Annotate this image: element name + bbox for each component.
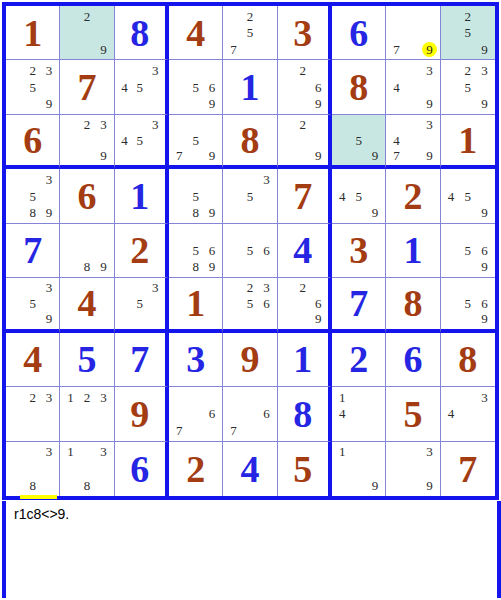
solved-digit: 6 — [403, 340, 422, 378]
cell-r1c3[interactable]: 8 — [115, 6, 169, 60]
candidate-slot-8 — [79, 41, 95, 57]
candidate-digit[interactable]: 4 — [393, 81, 400, 94]
candidate-digit[interactable]: 1 — [339, 391, 346, 404]
candidate-digit[interactable]: 2 — [84, 391, 91, 404]
candidate-digit[interactable]: 9 — [481, 43, 488, 56]
candidate-digit[interactable]: 9 — [100, 149, 107, 162]
candidate-grid: 38 — [6, 442, 59, 496]
candidate-digit[interactable]: 8 — [29, 206, 36, 219]
candidate-slot-5 — [350, 460, 366, 477]
candidate-digit[interactable]: 5 — [247, 297, 254, 310]
candidate-digit[interactable]: 9 — [426, 97, 433, 110]
candidate-slot-5 — [79, 406, 95, 422]
cell-r4c7[interactable]: 459 — [332, 169, 386, 223]
candidate-digit[interactable]: 9 — [46, 312, 53, 325]
candidate-digit[interactable]: 2 — [247, 10, 254, 23]
candidate-slot-6 — [476, 188, 493, 204]
candidate-digit[interactable]: 8 — [192, 206, 199, 219]
candidate-grid: 269 — [278, 278, 328, 328]
candidate-slot-5 — [24, 460, 40, 477]
cell-r8c1[interactable]: 23 — [6, 387, 60, 441]
candidate-slot-5 — [79, 132, 95, 147]
cell-r6c5[interactable]: 2356 — [223, 278, 277, 332]
candidate-digit[interactable]: 7 — [230, 43, 237, 56]
cell-r6c6[interactable]: 269 — [278, 278, 332, 332]
cell-r8c5[interactable]: 67 — [223, 387, 277, 441]
candidate-digit[interactable]: 9 — [46, 206, 53, 219]
cell-r9c3[interactable]: 6 — [115, 442, 169, 496]
highlight-artifact — [20, 495, 57, 499]
candidate-digit[interactable]: 5 — [192, 244, 199, 257]
candidate-slot-4: 4 — [117, 132, 132, 147]
candidate-slot-7: 7 — [225, 422, 241, 438]
candidate-digit[interactable]: 5 — [192, 81, 199, 94]
candidate-slot-2 — [187, 62, 203, 78]
cell-r8c2[interactable]: 123 — [60, 387, 114, 441]
candidate-digit[interactable]: 8 — [192, 260, 199, 273]
cell-r9c7[interactable]: 19 — [332, 442, 386, 496]
candidate-digit[interactable]: 8 — [84, 260, 91, 273]
candidate-slot-2 — [459, 280, 476, 295]
candidate-digit[interactable]: 4 — [121, 134, 128, 147]
cell-r1c1[interactable]: 1 — [6, 6, 60, 60]
candidate-slot-1 — [334, 117, 350, 132]
candidate-digit[interactable]: 5 — [465, 244, 472, 257]
candidate-digit[interactable]: 6 — [209, 244, 216, 257]
candidate-slot-1 — [443, 389, 460, 405]
candidate-digit[interactable]: 9 — [209, 97, 216, 110]
cell-r7c6[interactable]: 1 — [278, 333, 332, 387]
candidate-digit[interactable]: 1 — [67, 445, 74, 458]
candidate-digit[interactable]: 3 — [100, 391, 107, 404]
cell-r7c3[interactable]: 7 — [115, 333, 169, 387]
candidate-digit[interactable]: 9 — [209, 149, 216, 162]
cell-r5c4[interactable]: 5689 — [169, 224, 223, 278]
cell-r1c9[interactable]: 259 — [441, 6, 495, 60]
cell-r2c8[interactable]: 349 — [386, 60, 440, 114]
candidate-slot-7 — [62, 477, 78, 494]
candidate-digit[interactable]: 7 — [393, 149, 400, 162]
candidate-slot-4 — [388, 460, 404, 477]
cell-r9c2[interactable]: 138 — [60, 442, 114, 496]
candidate-slot-7 — [171, 95, 187, 111]
candidate-digit[interactable]: 2 — [29, 64, 36, 77]
cell-r7c5[interactable]: 9 — [223, 333, 277, 387]
candidate-digit[interactable]: 1 — [67, 391, 74, 404]
candidate-slot-3 — [367, 389, 383, 405]
candidate-slot-4 — [443, 79, 460, 95]
candidate-digit[interactable]: 3 — [426, 445, 433, 458]
cell-r3c8[interactable]: 3479 — [386, 115, 440, 169]
candidate-slot-6 — [148, 132, 163, 147]
candidate-digit[interactable]: 9 — [209, 260, 216, 273]
cell-r3c7[interactable]: 59 — [332, 115, 386, 169]
candidate-grid: 459 — [441, 169, 495, 222]
candidate-digit[interactable]: 9 — [426, 479, 433, 492]
candidate-digit[interactable]: 6 — [209, 407, 216, 420]
candidate-slot-6 — [421, 79, 437, 95]
candidate-slot-1 — [117, 280, 132, 295]
candidate-slot-1 — [171, 171, 187, 187]
candidate-slot-7: 7 — [171, 422, 187, 438]
cell-r1c7[interactable]: 6 — [332, 6, 386, 60]
candidate-slot-2 — [405, 444, 421, 461]
cell-r9c1[interactable]: 38 — [6, 442, 60, 496]
cell-r2c3[interactable]: 345 — [115, 60, 169, 114]
cell-r5c5[interactable]: 56 — [223, 224, 277, 278]
cell-r3c5[interactable]: 8 — [223, 115, 277, 169]
cell-r5c3[interactable]: 2 — [115, 224, 169, 278]
candidate-slot-3 — [476, 171, 493, 187]
candidate-digit[interactable]: 3 — [263, 281, 270, 294]
given-digit: 8 — [240, 121, 259, 159]
candidate-digit[interactable]: 5 — [465, 190, 472, 203]
candidate-digit[interactable]: 4 — [393, 134, 400, 147]
candidate-grid: 89 — [60, 224, 113, 277]
candidate-slot-3 — [95, 226, 111, 242]
solved-digit: 5 — [77, 340, 96, 378]
candidate-digit[interactable]: 6 — [209, 81, 216, 94]
candidate-digit[interactable]: 4 — [448, 190, 455, 203]
candidate-digit[interactable]: 9 — [372, 206, 379, 219]
candidate-digit[interactable]: 5 — [137, 134, 144, 147]
candidate-digit[interactable]: 9 — [372, 149, 379, 162]
candidate-digit[interactable]: 9 — [100, 43, 107, 56]
candidate-digit[interactable]: 3 — [481, 64, 488, 77]
candidate-slot-4 — [171, 188, 187, 204]
candidate-slot-8 — [350, 477, 366, 494]
candidate-slot-7 — [225, 204, 241, 220]
candidate-digit[interactable]: 6 — [263, 297, 270, 310]
candidate-digit[interactable]: 5 — [192, 134, 199, 147]
cell-r3c9[interactable]: 1 — [441, 115, 495, 169]
cell-r4c6[interactable]: 7 — [278, 169, 332, 223]
candidate-digit[interactable]: 6 — [481, 297, 488, 310]
cell-r1c4[interactable]: 4 — [169, 6, 223, 60]
candidate-grid: 79 — [386, 6, 439, 59]
candidate-digit[interactable]: 7 — [176, 424, 183, 437]
cell-r7c8[interactable]: 6 — [386, 333, 440, 387]
cell-r4c9[interactable]: 459 — [441, 169, 495, 223]
candidate-slot-9: 9 — [476, 95, 493, 111]
candidate-digit[interactable]: 8 — [84, 479, 91, 492]
cell-r3c1[interactable]: 6 — [6, 115, 60, 169]
candidate-slot-8 — [132, 95, 147, 111]
solved-digit: 4 — [293, 231, 312, 269]
candidate-digit[interactable]: 2 — [300, 281, 307, 294]
candidate-digit[interactable]: 4 — [339, 190, 346, 203]
candidate-slot-3 — [367, 171, 383, 187]
candidate-digit[interactable]: 3 — [46, 391, 53, 404]
candidate-slot-7 — [334, 477, 350, 494]
candidate-digit[interactable]: 9 — [100, 260, 107, 273]
candidate-digit[interactable]: 3 — [152, 281, 159, 294]
candidate-slot-8 — [295, 311, 310, 326]
candidate-digit[interactable]: 7 — [230, 424, 237, 437]
candidate-grid: 138 — [60, 442, 113, 496]
cell-r9c8[interactable]: 39 — [386, 442, 440, 496]
cell-r7c4[interactable]: 3 — [169, 333, 223, 387]
cell-r1c6[interactable]: 3 — [278, 6, 332, 60]
candidate-digit[interactable]: 3 — [100, 118, 107, 131]
cell-r4c2[interactable]: 6 — [60, 169, 114, 223]
candidate-digit[interactable]: 7 — [176, 149, 183, 162]
cell-r3c6[interactable]: 29 — [278, 115, 332, 169]
candidate-slot-7 — [443, 422, 460, 438]
candidate-digit[interactable]: 5 — [29, 297, 36, 310]
cell-r1c2[interactable]: 29 — [60, 6, 114, 60]
candidate-slot-8: 8 — [24, 204, 40, 220]
cell-r5c7[interactable]: 3 — [332, 224, 386, 278]
cell-r7c7[interactable]: 2 — [332, 333, 386, 387]
candidate-slot-5: 5 — [459, 296, 476, 311]
given-digit: 5 — [293, 450, 312, 488]
candidate-slot-5 — [405, 460, 421, 477]
candidate-slot-4 — [280, 132, 295, 147]
candidate-slot-8 — [79, 148, 95, 163]
candidate-grid: 345 — [115, 60, 165, 113]
candidate-digit[interactable]: 3 — [426, 118, 433, 131]
cell-r3c3[interactable]: 345 — [115, 115, 169, 169]
candidate-slot-8 — [459, 204, 476, 220]
candidate-slot-2: 2 — [79, 8, 95, 24]
candidate-digit[interactable]: 3 — [481, 391, 488, 404]
candidate-digit[interactable]: 5 — [465, 26, 472, 39]
cell-r4c4[interactable]: 589 — [169, 169, 223, 223]
candidate-digit[interactable]: 5 — [29, 81, 36, 94]
cell-r9c5[interactable]: 4 — [223, 442, 277, 496]
candidate-slot-1 — [280, 62, 295, 78]
candidate-grid: 67 — [223, 387, 276, 440]
candidate-digit[interactable]: 6 — [263, 407, 270, 420]
cell-r2c1[interactable]: 2359 — [6, 60, 60, 114]
cell-r4c5[interactable]: 35 — [223, 169, 277, 223]
candidate-slot-6: 6 — [204, 406, 220, 422]
candidate-digit[interactable]: 3 — [46, 64, 53, 77]
cell-r4c8[interactable]: 2 — [386, 169, 440, 223]
candidate-slot-2 — [132, 62, 147, 78]
cell-r6c1[interactable]: 359 — [6, 278, 60, 332]
candidate-digit[interactable]: 5 — [247, 26, 254, 39]
candidate-digit[interactable]: 2 — [465, 64, 472, 77]
candidate-grid: 459 — [332, 169, 385, 222]
candidate-slot-9: 9 — [367, 204, 383, 220]
candidate-slot-1 — [388, 8, 404, 24]
candidate-digit[interactable]: 7 — [393, 43, 400, 56]
solver-elimination-text: r1c8<>9. — [6, 501, 497, 522]
candidate-slot-6 — [148, 296, 163, 311]
candidate-digit[interactable]: 5 — [137, 297, 144, 310]
cell-r5c9[interactable]: 569 — [441, 224, 495, 278]
cell-r2c5[interactable]: 1 — [223, 60, 277, 114]
candidate-digit[interactable]: 5 — [465, 81, 472, 94]
candidate-slot-8: 8 — [187, 204, 203, 220]
candidate-digit[interactable]: 3 — [100, 445, 107, 458]
candidate-digit[interactable]: 4 — [448, 407, 455, 420]
candidate-digit[interactable]: 2 — [300, 64, 307, 77]
candidate-digit[interactable]: 6 — [315, 81, 322, 94]
candidate-digit[interactable]: 4 — [121, 81, 128, 94]
candidate-slot-2: 2 — [79, 117, 95, 132]
candidate-digit[interactable]: 5 — [192, 190, 199, 203]
candidate-digit[interactable]: 8 — [29, 479, 36, 492]
candidate-slot-8 — [295, 95, 310, 111]
candidate-slot-2: 2 — [295, 117, 310, 132]
cell-r4c3[interactable]: 1 — [115, 169, 169, 223]
candidate-digit[interactable]: 6 — [263, 244, 270, 257]
candidate-digit[interactable]: 9 — [372, 479, 379, 492]
candidate-digit[interactable]: 2 — [300, 118, 307, 131]
cell-r8c6[interactable]: 8 — [278, 387, 332, 441]
cell-r1c5[interactable]: 257 — [223, 6, 277, 60]
cell-r7c9[interactable]: 8 — [441, 333, 495, 387]
candidate-digit[interactable]: 5 — [29, 190, 36, 203]
candidate-slot-5 — [405, 79, 421, 95]
candidate-digit[interactable]: 5 — [247, 244, 254, 257]
cell-r5c2[interactable]: 89 — [60, 224, 114, 278]
cell-r6c3[interactable]: 35 — [115, 278, 169, 332]
candidate-digit[interactable]: 9 — [481, 260, 488, 273]
cell-r2c7[interactable]: 8 — [332, 60, 386, 114]
candidate-digit[interactable]: 9 — [426, 149, 433, 162]
cell-r3c4[interactable]: 579 — [169, 115, 223, 169]
candidate-digit[interactable]: 5 — [137, 81, 144, 94]
candidate-slot-9 — [148, 148, 163, 163]
cell-r5c6[interactable]: 4 — [278, 224, 332, 278]
candidate-slot-4 — [62, 132, 78, 147]
cell-r6c7[interactable]: 7 — [332, 278, 386, 332]
candidate-digit[interactable]: 6 — [315, 297, 322, 310]
candidate-slot-3: 3 — [41, 62, 57, 78]
candidate-slot-6 — [41, 406, 57, 422]
cell-r9c6[interactable]: 5 — [278, 442, 332, 496]
cell-r2c2[interactable]: 7 — [60, 60, 114, 114]
cell-r7c1[interactable]: 4 — [6, 333, 60, 387]
given-digit: 3 — [349, 231, 368, 269]
candidate-digit[interactable]: 2 — [84, 118, 91, 131]
candidate-digit[interactable]: 9 — [481, 312, 488, 325]
candidate-slot-1: 1 — [334, 444, 350, 461]
candidate-digit[interactable]: 9 — [481, 206, 488, 219]
candidate-slot-2 — [187, 226, 203, 242]
cell-r8c3[interactable]: 9 — [115, 387, 169, 441]
cell-r6c8[interactable]: 8 — [386, 278, 440, 332]
given-digit: 1 — [458, 121, 477, 159]
candidate-digit[interactable]: 4 — [339, 407, 346, 420]
cell-r6c9[interactable]: 569 — [441, 278, 495, 332]
candidate-slot-6 — [421, 24, 437, 40]
candidate-slot-8 — [405, 148, 421, 163]
candidate-slot-4 — [225, 296, 241, 311]
candidate-digit[interactable]: 3 — [152, 64, 159, 77]
candidate-digit[interactable]: 9 — [315, 149, 322, 162]
candidate-slot-7 — [171, 259, 187, 275]
cell-r8c4[interactable]: 67 — [169, 387, 223, 441]
candidate-slot-9 — [148, 311, 163, 326]
candidate-slot-7 — [62, 259, 78, 275]
candidate-digit[interactable]: 5 — [247, 190, 254, 203]
candidate-slot-7: 7 — [171, 148, 187, 163]
candidate-digit[interactable]: 2 — [84, 10, 91, 23]
candidate-digit[interactable]: 3 — [46, 445, 53, 458]
candidate-slot-8 — [350, 148, 366, 163]
candidate-slot-6 — [367, 460, 383, 477]
candidate-digit[interactable]: 9 — [481, 97, 488, 110]
cell-r9c4[interactable]: 2 — [169, 442, 223, 496]
candidate-digit[interactable]: 9 — [46, 97, 53, 110]
candidate-slot-3: 3 — [95, 117, 111, 132]
candidate-slot-1 — [225, 389, 241, 405]
candidate-slot-6: 6 — [258, 406, 274, 422]
candidate-slot-8 — [187, 148, 203, 163]
candidate-digit[interactable]: 5 — [465, 297, 472, 310]
candidate-slot-9: 9 — [476, 41, 493, 57]
cell-r1c8[interactable]: 79 — [386, 6, 440, 60]
cell-r7c2[interactable]: 5 — [60, 333, 114, 387]
candidate-digit[interactable]: 3 — [46, 173, 53, 186]
candidate-digit[interactable]: 5 — [355, 190, 362, 203]
candidate-slot-6 — [95, 24, 111, 40]
cell-r5c8[interactable]: 1 — [386, 224, 440, 278]
candidate-slot-6 — [148, 79, 163, 95]
candidate-digit-highlighted[interactable]: 9 — [422, 42, 437, 57]
cell-r6c4[interactable]: 1 — [169, 278, 223, 332]
candidate-slot-9: 9 — [421, 95, 437, 111]
candidate-digit[interactable]: 9 — [315, 97, 322, 110]
candidate-slot-1: 1 — [334, 389, 350, 405]
candidate-slot-4 — [334, 460, 350, 477]
cell-r5c1[interactable]: 7 — [6, 224, 60, 278]
candidate-slot-8 — [187, 95, 203, 111]
cell-r4c1[interactable]: 3589 — [6, 169, 60, 223]
candidate-slot-4 — [225, 406, 241, 422]
candidate-slot-4 — [171, 242, 187, 258]
solved-digit: 7 — [23, 231, 42, 269]
cell-r3c2[interactable]: 239 — [60, 115, 114, 169]
candidate-digit[interactable]: 3 — [263, 173, 270, 186]
candidate-digit[interactable]: 1 — [339, 445, 346, 458]
cell-r8c7[interactable]: 14 — [332, 387, 386, 441]
candidate-digit[interactable]: 5 — [355, 134, 362, 147]
candidate-digit[interactable]: 2 — [247, 281, 254, 294]
candidate-digit[interactable]: 6 — [481, 244, 488, 257]
candidate-digit[interactable]: 9 — [315, 312, 322, 325]
given-digit: 7 — [77, 68, 96, 106]
candidate-slot-2 — [405, 8, 421, 24]
cell-r9c9[interactable]: 7 — [441, 442, 495, 496]
candidate-slot-6 — [367, 188, 383, 204]
candidate-digit[interactable]: 3 — [426, 64, 433, 77]
candidate-slot-4 — [280, 296, 295, 311]
candidate-digit[interactable]: 2 — [465, 10, 472, 23]
cell-r8c8[interactable]: 5 — [386, 387, 440, 441]
candidate-slot-8 — [405, 41, 421, 57]
cell-r2c6[interactable]: 269 — [278, 60, 332, 114]
candidate-digit[interactable]: 2 — [29, 391, 36, 404]
candidate-digit[interactable]: 3 — [46, 281, 53, 294]
candidate-slot-1 — [225, 171, 241, 187]
cell-r2c9[interactable]: 2359 — [441, 60, 495, 114]
candidate-slot-3: 3 — [421, 444, 437, 461]
cell-r8c9[interactable]: 34 — [441, 387, 495, 441]
candidate-slot-9 — [41, 422, 57, 438]
candidate-slot-2 — [405, 62, 421, 78]
candidate-slot-5 — [295, 79, 310, 95]
cell-r2c4[interactable]: 569 — [169, 60, 223, 114]
candidate-digit[interactable]: 3 — [152, 118, 159, 131]
cell-r6c2[interactable]: 4 — [60, 278, 114, 332]
candidate-digit[interactable]: 9 — [209, 206, 216, 219]
